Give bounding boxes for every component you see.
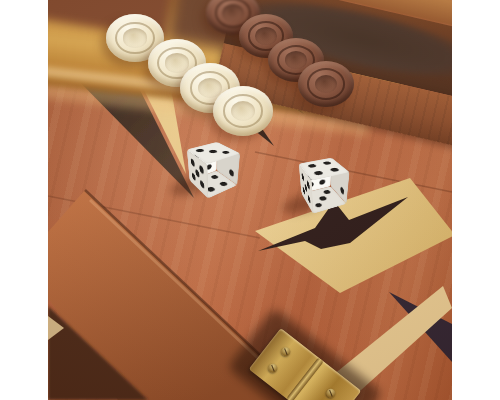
checker-dimple [165,53,188,72]
die-pip [323,190,331,195]
die-pip [210,175,219,180]
backgammon-photo [48,0,452,400]
die-pip [229,169,234,177]
die-pip [322,161,331,165]
die-pip [329,168,339,172]
die-pip [196,149,206,153]
die-pip [319,196,328,201]
white-checker[interactable] [213,86,273,136]
die-pip [340,186,344,195]
die-pip [200,180,204,189]
checker-dimple [222,4,244,22]
die[interactable] [189,157,239,183]
die-pip [208,149,218,153]
die-pip [219,181,228,186]
checker-dimple [231,101,255,121]
die-pip [303,186,306,195]
pieces-layer [48,0,452,400]
photo-canvas [0,0,500,400]
die-pip [314,202,323,208]
die-pip [308,164,317,168]
checker-dimple [285,51,307,69]
die-pip [308,194,311,204]
die-pip [301,173,304,182]
die-pip [307,180,310,190]
brown-checker[interactable] [298,61,354,107]
checker-dimple [123,28,146,47]
die-pip [313,171,323,176]
die-pip [191,158,195,167]
die[interactable] [300,173,348,199]
die-pip [319,179,325,185]
die-pip [221,150,231,154]
die-pip [195,169,199,178]
checker-dimple [255,27,277,45]
die-pip [199,165,203,175]
